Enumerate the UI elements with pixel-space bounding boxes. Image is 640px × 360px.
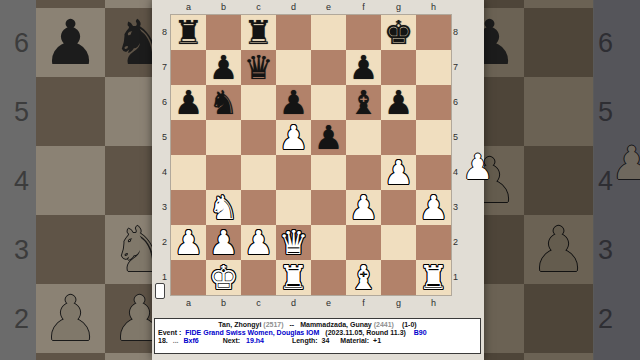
file-label-d: d xyxy=(276,296,311,310)
square-g8[interactable]: ♚ xyxy=(381,15,416,50)
square-a7[interactable] xyxy=(171,50,206,85)
material-label: Material: xyxy=(340,337,369,344)
rank-label-7: 7 xyxy=(152,50,167,85)
square-a6[interactable]: ♟ xyxy=(171,85,206,120)
square-a4[interactable] xyxy=(171,155,206,190)
rank-label-8: 8 xyxy=(152,15,167,50)
bg-rank-label-3: 3 xyxy=(598,234,613,265)
bg-square xyxy=(524,146,593,215)
square-f8[interactable] xyxy=(346,15,381,50)
rank-label-3: 3 xyxy=(152,190,167,225)
white-rook: ♜ xyxy=(279,260,309,295)
square-f5[interactable] xyxy=(346,120,381,155)
square-e3[interactable] xyxy=(311,190,346,225)
white-knight: ♞ xyxy=(209,190,239,225)
rank-label-2: 2 xyxy=(453,225,468,260)
white-pawn: ♟ xyxy=(419,190,449,225)
bg-square xyxy=(36,77,105,146)
bg-square: ♟ xyxy=(524,215,593,284)
square-a1[interactable] xyxy=(171,260,206,295)
bg-rank-label-3: 3 xyxy=(14,234,29,265)
square-b3[interactable]: ♞ xyxy=(206,190,241,225)
move-number: 18. xyxy=(158,337,168,344)
bg-rank-label-6: 6 xyxy=(14,27,29,58)
black-player-rating: (2441) xyxy=(374,321,394,328)
bg-square xyxy=(36,215,105,284)
black-pawn: ♟ xyxy=(279,85,309,120)
square-d2[interactable]: ♛ xyxy=(276,225,311,260)
move-ellipsis: ... xyxy=(173,337,179,344)
square-a5[interactable] xyxy=(171,120,206,155)
square-d1[interactable]: ♜ xyxy=(276,260,311,295)
square-e8[interactable] xyxy=(311,15,346,50)
square-g6[interactable]: ♟ xyxy=(381,85,416,120)
square-d5[interactable]: ♟ xyxy=(276,120,311,155)
game-info-panel: Tan, Zhongyi (2517) -- Mammadzada, Gunay… xyxy=(154,318,481,354)
white-rook: ♜ xyxy=(419,260,449,295)
bg-square: ♜ xyxy=(524,353,593,360)
bg-material-pawn-icon: ♟ xyxy=(611,141,639,185)
players-separator: -- xyxy=(290,321,295,328)
white-player-rating: (2517) xyxy=(263,321,283,328)
file-label-c: c xyxy=(241,296,276,310)
bg-square: ♟ xyxy=(36,284,105,353)
square-a3[interactable] xyxy=(171,190,206,225)
next-move-link[interactable]: 19.h4 xyxy=(246,337,264,344)
square-g5[interactable] xyxy=(381,120,416,155)
square-c8[interactable]: ♜ xyxy=(241,15,276,50)
bg-square xyxy=(524,284,593,353)
square-h4[interactable] xyxy=(416,155,451,190)
rank-label-5: 5 xyxy=(152,120,167,155)
rank-labels-left: 87654321 xyxy=(152,15,167,295)
video-frame: 65432 ♟♟♞♞♟♟♚ ♟♟♟♜ 65432 ♟ abcdefgh 8765… xyxy=(0,0,640,360)
side-to-move-indicator xyxy=(155,283,165,299)
square-e6[interactable] xyxy=(311,85,346,120)
bg-rank-label-2: 2 xyxy=(14,303,29,334)
square-f4[interactable] xyxy=(346,155,381,190)
square-e7[interactable] xyxy=(311,50,346,85)
file-label-h: h xyxy=(416,1,451,14)
bg-rank-label-5: 5 xyxy=(14,96,29,127)
square-f2[interactable] xyxy=(346,225,381,260)
square-c6[interactable] xyxy=(241,85,276,120)
square-b7[interactable]: ♟ xyxy=(206,50,241,85)
square-d8[interactable] xyxy=(276,15,311,50)
square-h8[interactable] xyxy=(416,15,451,50)
bg-black-pawn: ♟ xyxy=(43,8,99,77)
file-label-b: b xyxy=(206,1,241,14)
file-label-f: f xyxy=(346,1,381,14)
square-c7[interactable]: ♛ xyxy=(241,50,276,85)
rank-label-1: 1 xyxy=(453,260,468,295)
moves-line: 18. ... Bxf6 Next: 19.h4 Length: 34 Mate… xyxy=(155,337,480,345)
square-e1[interactable] xyxy=(311,260,346,295)
bg-square xyxy=(36,146,105,215)
rank-label-8: 8 xyxy=(453,15,468,50)
square-d4[interactable] xyxy=(276,155,311,190)
bg-left-strip: 65432 xyxy=(0,0,36,360)
material-value: +1 xyxy=(373,337,381,344)
white-player-name: Tan, Zhongyi xyxy=(218,321,261,328)
square-h1[interactable]: ♜ xyxy=(416,260,451,295)
black-king: ♚ xyxy=(384,15,414,50)
square-h2[interactable] xyxy=(416,225,451,260)
white-king: ♚ xyxy=(209,260,239,295)
rank-label-6: 6 xyxy=(152,85,167,120)
white-pawn: ♟ xyxy=(174,225,204,260)
white-queen: ♛ xyxy=(279,225,309,260)
square-d7[interactable] xyxy=(276,50,311,85)
square-h3[interactable]: ♟ xyxy=(416,190,451,225)
last-move-link[interactable]: Bxf6 xyxy=(183,337,198,344)
rank-label-3: 3 xyxy=(453,190,468,225)
square-c1[interactable] xyxy=(241,260,276,295)
black-pawn: ♟ xyxy=(174,85,204,120)
square-c2[interactable]: ♟ xyxy=(241,225,276,260)
black-pawn: ♟ xyxy=(384,85,414,120)
square-b1[interactable]: ♚ xyxy=(206,260,241,295)
square-b8[interactable] xyxy=(206,15,241,50)
square-f1[interactable]: ♝ xyxy=(346,260,381,295)
players-line: Tan, Zhongyi (2517) -- Mammadzada, Gunay… xyxy=(155,321,480,329)
white-pawn: ♟ xyxy=(209,225,239,260)
next-label: Next: xyxy=(223,337,241,344)
white-pawn: ♟ xyxy=(244,225,274,260)
file-label-f: f xyxy=(346,296,381,310)
bg-white-rook: ♜ xyxy=(531,353,587,360)
square-c3[interactable] xyxy=(241,190,276,225)
material-pawn-icon: ♟ xyxy=(462,151,486,183)
square-g1[interactable] xyxy=(381,260,416,295)
white-pawn: ♟ xyxy=(279,120,309,155)
file-labels-bottom: abcdefgh xyxy=(171,296,451,310)
chess-board: ♜♜♚♟♛♟♟♞♟♝♟♟♟♟♞♟♟♟♟♟♛♚♜♝♜ xyxy=(171,15,451,295)
square-e4[interactable] xyxy=(311,155,346,190)
rank-label-7: 7 xyxy=(453,50,468,85)
file-label-e: e xyxy=(311,296,346,310)
length-value: 34 xyxy=(322,337,330,344)
bg-square xyxy=(524,0,593,8)
file-label-g: g xyxy=(381,296,416,310)
square-g4[interactable]: ♟ xyxy=(381,155,416,190)
file-label-b: b xyxy=(206,296,241,310)
file-label-h: h xyxy=(416,296,451,310)
game-result: (1-0) xyxy=(402,321,417,328)
board-panel: abcdefgh 87654321 ♜♜♚♟♛♟♟♞♟♝♟♟♟♟♞♟♟♟♟♟♛♚… xyxy=(152,0,484,360)
square-b4[interactable] xyxy=(206,155,241,190)
square-g3[interactable] xyxy=(381,190,416,225)
bg-square xyxy=(524,77,593,146)
square-h6[interactable] xyxy=(416,85,451,120)
square-d3[interactable] xyxy=(276,190,311,225)
length-label: Length: xyxy=(292,337,318,344)
file-label-a: a xyxy=(171,296,206,310)
bg-square: ♟ xyxy=(36,8,105,77)
event-details: (2023.11.05, Round 11.3) xyxy=(325,329,406,336)
file-label-e: e xyxy=(311,1,346,14)
black-bishop: ♝ xyxy=(349,85,379,120)
white-bishop: ♝ xyxy=(349,260,379,295)
black-rook: ♜ xyxy=(244,15,274,50)
bg-white-pawn: ♟ xyxy=(531,215,587,284)
rank-label-4: 4 xyxy=(152,155,167,190)
square-b6[interactable]: ♞ xyxy=(206,85,241,120)
event-line: Event : FIDE Grand Swiss Women, Douglas … xyxy=(155,329,480,337)
white-pawn: ♟ xyxy=(349,190,379,225)
eco-code-link[interactable]: B90 xyxy=(414,329,427,336)
black-queen: ♛ xyxy=(244,50,274,85)
black-rook: ♜ xyxy=(174,15,204,50)
square-e2[interactable] xyxy=(311,225,346,260)
file-label-d: d xyxy=(276,1,311,14)
square-a8[interactable]: ♜ xyxy=(171,15,206,50)
bg-square xyxy=(524,8,593,77)
bg-square xyxy=(36,353,105,360)
square-f3[interactable]: ♟ xyxy=(346,190,381,225)
rank-label-2: 2 xyxy=(152,225,167,260)
bg-white-pawn: ♟ xyxy=(43,284,99,353)
square-h5[interactable] xyxy=(416,120,451,155)
square-b2[interactable]: ♟ xyxy=(206,225,241,260)
rank-label-6: 6 xyxy=(453,85,468,120)
white-pawn: ♟ xyxy=(384,155,414,190)
bg-rank-label-2: 2 xyxy=(598,303,613,334)
black-player-name: Mammadzada, Gunay xyxy=(300,321,372,328)
square-e5[interactable]: ♟ xyxy=(311,120,346,155)
square-b5[interactable] xyxy=(206,120,241,155)
square-d6[interactable]: ♟ xyxy=(276,85,311,120)
bg-rank-label-6: 6 xyxy=(598,27,613,58)
square-c5[interactable] xyxy=(241,120,276,155)
square-a2[interactable]: ♟ xyxy=(171,225,206,260)
square-f7[interactable]: ♟ xyxy=(346,50,381,85)
bg-rank-label-4: 4 xyxy=(14,165,29,196)
square-c4[interactable] xyxy=(241,155,276,190)
square-f6[interactable]: ♝ xyxy=(346,85,381,120)
square-g7[interactable] xyxy=(381,50,416,85)
black-knight: ♞ xyxy=(209,85,239,120)
black-pawn: ♟ xyxy=(349,50,379,85)
square-g2[interactable] xyxy=(381,225,416,260)
square-h7[interactable] xyxy=(416,50,451,85)
black-pawn: ♟ xyxy=(209,50,239,85)
event-name-link[interactable]: FIDE Grand Swiss Women, Douglas IOM xyxy=(185,329,319,336)
bg-rank-label-5: 5 xyxy=(598,96,613,127)
event-label: Event : xyxy=(158,329,181,336)
black-pawn: ♟ xyxy=(314,120,344,155)
